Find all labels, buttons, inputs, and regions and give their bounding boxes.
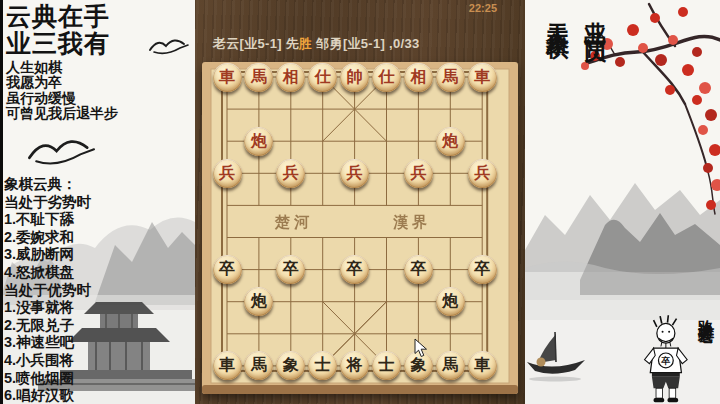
match-info-bar: 老云[业5-1] 先胜 邹勇[业5-1] ,0/33 (213, 35, 419, 53)
piece-red-advisor[interactable]: 仕 (308, 63, 337, 92)
piece-red-soldier[interactable]: 兵 (213, 159, 242, 188)
match-segment: 先 (286, 36, 299, 51)
piece-red-soldier[interactable]: 兵 (404, 159, 433, 188)
piece-red-horse[interactable]: 馬 (244, 63, 273, 92)
piece-black-cannon[interactable]: 炮 (436, 287, 465, 316)
text-line: 6.唱好汉歌 (4, 387, 91, 404)
text-line: 我愿为卒 (6, 75, 118, 90)
piece-black-soldier[interactable]: 卒 (404, 255, 433, 284)
text-line: 3.神速些吧 (4, 334, 91, 352)
vertical-title-stall-name: 路边摊老云 (695, 306, 716, 319)
text-line: 虽行动缓慢 (6, 91, 118, 106)
mouse-cursor (414, 338, 428, 358)
piece-red-soldier[interactable]: 兵 (276, 159, 305, 188)
piece-black-soldier[interactable]: 卒 (340, 255, 369, 284)
piece-black-soldier[interactable]: 卒 (213, 255, 242, 284)
match-segment: 胜 (299, 36, 312, 51)
overlay-list: 象棋云典：当处于劣势时1.不耻下舔2.委婉求和3.威胁断网4.怒掀棋盘当处于优势… (4, 176, 91, 404)
text-line: 5.喷他烟圈 (4, 370, 91, 388)
ink-landscape-right: 卒 (525, 0, 720, 404)
piece-red-cannon[interactable]: 炮 (436, 127, 465, 156)
piece-red-general[interactable]: 帥 (340, 63, 369, 92)
match-segment: 邹勇[业5-1] (312, 36, 385, 51)
crane-icon (150, 40, 188, 53)
piece-black-chariot[interactable]: 車 (468, 351, 497, 380)
text-line: 2.委婉求和 (4, 229, 91, 247)
vertical-title-guard: 业三守门员 (580, 4, 610, 29)
piece-red-soldier[interactable]: 兵 (468, 159, 497, 188)
text-line: 1.没事就将 (4, 299, 91, 317)
screen-edge-strip (0, 0, 3, 404)
piece-black-soldier[interactable]: 卒 (468, 255, 497, 284)
piece-red-cannon[interactable]: 炮 (244, 127, 273, 156)
crane-icon (29, 142, 94, 164)
text-line: 4.怒掀棋盘 (4, 264, 91, 282)
right-overlay-panel: 卒 天天象棋 业三守门员 路边摊老云 (525, 0, 720, 404)
text-line: 云典在手 (6, 3, 110, 30)
board-grid: 楚河漢界 (202, 62, 518, 394)
piece-black-horse[interactable]: 馬 (436, 351, 465, 380)
piece-red-elephant[interactable]: 相 (404, 63, 433, 92)
match-text: 老云[业5-1] 先胜 邹勇[业5-1] ,0/33 (213, 36, 419, 51)
piece-red-horse[interactable]: 馬 (436, 63, 465, 92)
river-label-right: 漢界 (393, 213, 431, 230)
text-line: 象棋云典： (4, 176, 91, 194)
text-line: 4.小兵围将 (4, 352, 91, 370)
match-segment: ,0/33 (385, 36, 419, 51)
piece-red-chariot[interactable]: 車 (468, 63, 497, 92)
text-line: 2.无限兑子 (4, 317, 91, 335)
piece-black-chariot[interactable]: 車 (213, 351, 242, 380)
text-line: 业三我有 (6, 30, 110, 57)
left-overlay-panel: 云典在手业三我有 人生如棋我愿为卒虽行动缓慢可曾见我后退半步 象棋云典：当处于劣… (0, 0, 195, 404)
piece-red-chariot[interactable]: 車 (213, 63, 242, 92)
piece-red-elephant[interactable]: 相 (276, 63, 305, 92)
text-line: 当处于劣势时 (4, 194, 91, 212)
overlay-poem: 人生如棋我愿为卒虽行动缓慢可曾见我后退半步 (6, 60, 118, 122)
text-line: 人生如棋 (6, 60, 118, 75)
text-line: 当处于优势时 (4, 282, 91, 300)
text-line: 1.不耻下舔 (4, 211, 91, 229)
text-line: 3.威胁断网 (4, 246, 91, 264)
stream-frame: 云典在手业三我有 人生如棋我愿为卒虽行动缓慢可曾见我后退半步 象棋云典：当处于劣… (0, 0, 720, 404)
overlay-title: 云典在手业三我有 (6, 3, 110, 57)
river-label-left: 楚河 (274, 213, 313, 230)
xiangqi-app-screen: 22:25 老云[业5-1] 先胜 邹勇[业5-1] ,0/33 楚河漢界 車馬… (195, 0, 525, 404)
status-bar-clock: 22:25 (469, 2, 497, 14)
mascot-emblem-char: 卒 (660, 356, 670, 366)
vertical-title-app-name: 天天象棋 (543, 5, 574, 21)
text-line: 可曾见我后退半步 (6, 106, 118, 121)
xiangqi-board[interactable]: 楚河漢界 (202, 62, 518, 394)
piece-red-advisor[interactable]: 仕 (372, 63, 401, 92)
plum-blossom-branch (587, 4, 720, 214)
match-segment: 老云[业5-1] (213, 36, 286, 51)
piece-red-soldier[interactable]: 兵 (340, 159, 369, 188)
